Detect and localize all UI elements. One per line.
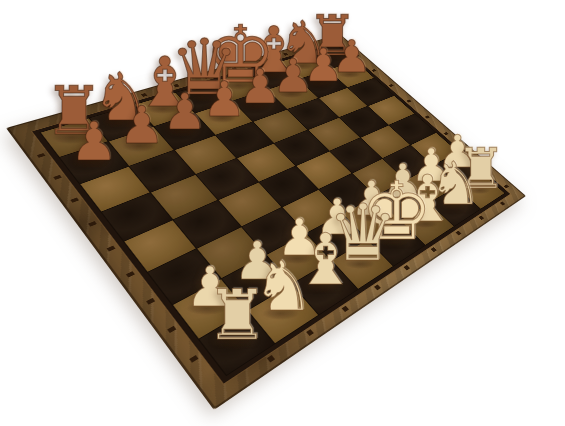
pieces-layer: ♜♞♝♛♚♝♞♜♟♟♟♟♟♟♟♟♟♟♟♟♟♟♟♟♜♞♝♛♚♝♞♜: [0, 0, 565, 426]
black-pawn-b7: ♟: [116, 100, 168, 152]
chess-set-photo: ♜♞♝♛♚♝♞♜♟♟♟♟♟♟♟♟♟♟♟♟♟♟♟♟♜♞♝♛♚♝♞♜: [0, 0, 565, 426]
white-rook-a1: ♜: [202, 281, 271, 350]
black-pawn-a7: ♟: [67, 115, 121, 169]
